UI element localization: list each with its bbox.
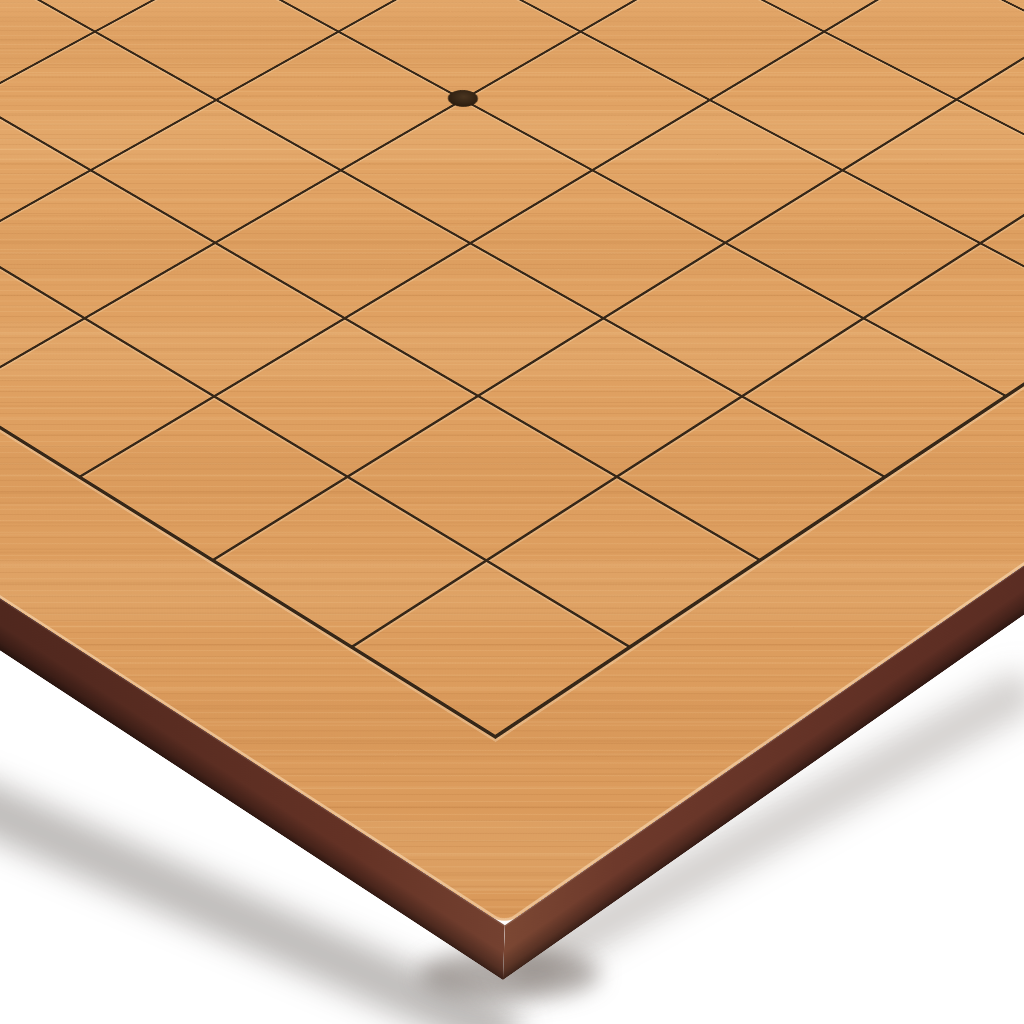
board-3d-scene — [0, 0, 1024, 1024]
product-photo-stage: Empty beechwood go board (goban) photogr… — [0, 0, 1024, 1024]
go-grid — [0, 0, 1024, 739]
go-board — [0, 0, 1024, 925]
